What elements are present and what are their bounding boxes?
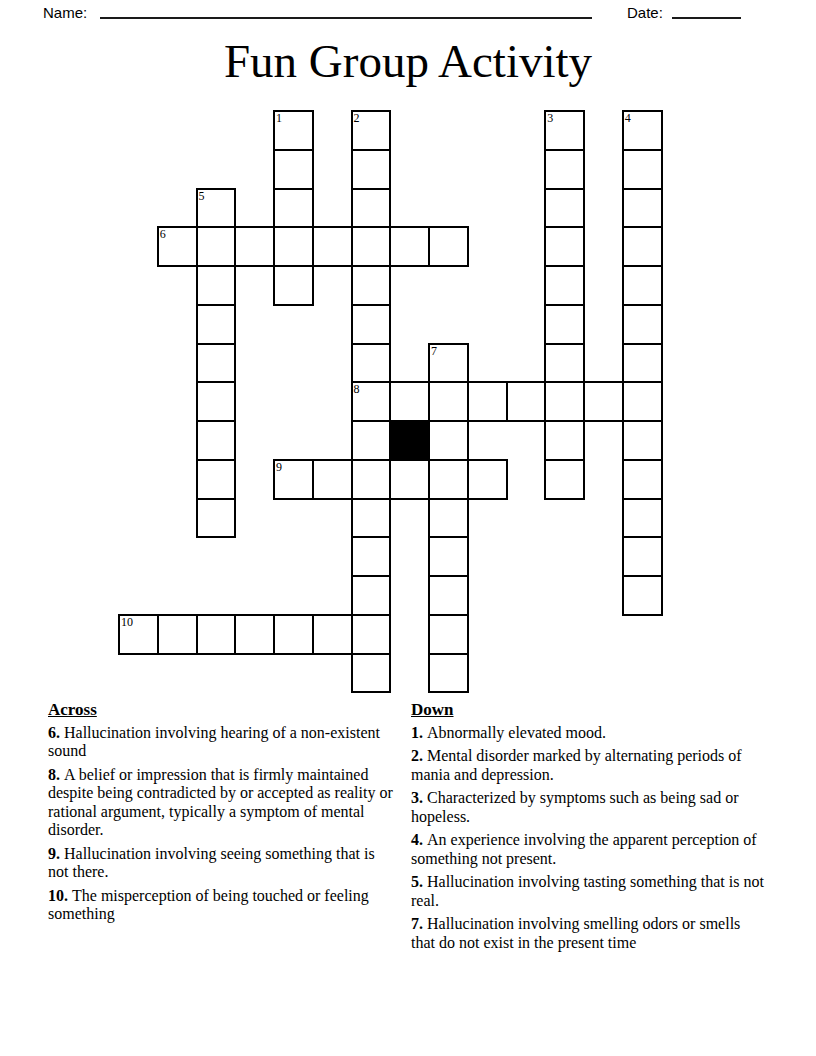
clue: 5. Hallucination involving tasting somet… bbox=[411, 873, 767, 910]
worksheet-page: Name: Date: Fun Group Activity 123456789… bbox=[0, 0, 816, 1056]
grid-cell[interactable] bbox=[312, 459, 353, 500]
grid-cell[interactable] bbox=[544, 149, 585, 190]
grid-cell[interactable] bbox=[389, 381, 430, 422]
across-clue-list: 6. Hallucination involving hearing of a … bbox=[48, 724, 396, 924]
clue: 1. Abnormally elevated mood. bbox=[411, 724, 767, 743]
cell-number: 9 bbox=[276, 460, 282, 474]
grid-cell[interactable] bbox=[622, 498, 663, 539]
grid-cell[interactable]: 10 bbox=[118, 614, 159, 655]
grid-cell[interactable] bbox=[351, 536, 392, 577]
grid-cell[interactable] bbox=[622, 381, 663, 422]
grid-cell[interactable] bbox=[351, 498, 392, 539]
grid-cell[interactable] bbox=[428, 536, 469, 577]
grid-cell[interactable] bbox=[428, 420, 469, 461]
grid-cell[interactable] bbox=[467, 459, 508, 500]
grid-cell[interactable] bbox=[544, 304, 585, 345]
grid-cell[interactable] bbox=[622, 536, 663, 577]
cell-number: 7 bbox=[431, 344, 437, 358]
grid-cell[interactable] bbox=[389, 226, 430, 267]
grid-cell[interactable] bbox=[196, 304, 237, 345]
grid-cell[interactable]: 1 bbox=[273, 110, 314, 151]
grid-cell[interactable] bbox=[273, 149, 314, 190]
grid-cell[interactable] bbox=[234, 614, 275, 655]
grid-cell[interactable] bbox=[428, 653, 469, 694]
date-label: Date: bbox=[627, 4, 663, 21]
cell-number: 5 bbox=[199, 189, 205, 203]
grid-cell[interactable]: 9 bbox=[273, 459, 314, 500]
grid-cell[interactable] bbox=[273, 188, 314, 229]
grid-cell[interactable] bbox=[351, 459, 392, 500]
grid-cell[interactable] bbox=[196, 420, 237, 461]
grid-cell[interactable] bbox=[428, 575, 469, 616]
grid-cell[interactable] bbox=[351, 614, 392, 655]
name-label: Name: bbox=[43, 4, 87, 21]
cell-number: 8 bbox=[354, 382, 360, 396]
grid-cell[interactable] bbox=[583, 381, 624, 422]
grid-cell[interactable] bbox=[622, 265, 663, 306]
cell-number: 3 bbox=[547, 111, 553, 125]
grid-cell[interactable] bbox=[196, 343, 237, 384]
grid-cell[interactable] bbox=[428, 381, 469, 422]
grid-cell[interactable] bbox=[196, 614, 237, 655]
grid-cell[interactable] bbox=[622, 226, 663, 267]
cell-number: 10 bbox=[121, 615, 133, 629]
cell-number: 1 bbox=[276, 111, 282, 125]
grid-cell[interactable]: 3 bbox=[544, 110, 585, 151]
down-heading: Down bbox=[411, 701, 767, 720]
grid-cell[interactable] bbox=[351, 149, 392, 190]
grid-cell[interactable] bbox=[351, 265, 392, 306]
cell-number: 4 bbox=[625, 111, 631, 125]
down-clue-list: 1. Abnormally elevated mood.2. Mental di… bbox=[411, 724, 767, 953]
grid-cell[interactable] bbox=[234, 226, 275, 267]
clue: 10. The misperception of being touched o… bbox=[48, 887, 396, 924]
grid-cell[interactable] bbox=[544, 420, 585, 461]
grid-cell[interactable] bbox=[544, 343, 585, 384]
grid-cell[interactable] bbox=[428, 498, 469, 539]
grid-cell[interactable] bbox=[428, 459, 469, 500]
grid-cell[interactable] bbox=[312, 614, 353, 655]
grid-cell[interactable] bbox=[622, 304, 663, 345]
grid-cell[interactable] bbox=[544, 381, 585, 422]
grid-cell[interactable] bbox=[544, 188, 585, 229]
grid-cell[interactable]: 6 bbox=[157, 226, 198, 267]
grid-cell[interactable] bbox=[428, 226, 469, 267]
grid-cell[interactable] bbox=[622, 459, 663, 500]
date-input-line[interactable] bbox=[672, 2, 741, 19]
clue: 2. Mental disorder marked by alternating… bbox=[411, 747, 767, 784]
grid-cell[interactable] bbox=[351, 575, 392, 616]
black-cell bbox=[389, 420, 430, 461]
grid-cell[interactable]: 4 bbox=[622, 110, 663, 151]
grid-cell[interactable] bbox=[506, 381, 547, 422]
clue: 4. An experience involving the apparent … bbox=[411, 831, 767, 868]
crossword-board: 12345678910 bbox=[118, 110, 663, 694]
clue: 9. Hallucination involving seeing someth… bbox=[48, 845, 396, 882]
page-title: Fun Group Activity bbox=[0, 34, 816, 88]
clue: 6. Hallucination involving hearing of a … bbox=[48, 724, 396, 761]
grid-cell[interactable] bbox=[544, 459, 585, 500]
grid-cell[interactable] bbox=[196, 498, 237, 539]
grid-cell[interactable] bbox=[196, 381, 237, 422]
grid-cell[interactable] bbox=[351, 226, 392, 267]
grid-cell[interactable] bbox=[544, 265, 585, 306]
across-heading: Across bbox=[48, 701, 396, 720]
down-clues-section: Down 1. Abnormally elevated mood.2. Ment… bbox=[411, 701, 767, 957]
grid-cell[interactable] bbox=[351, 653, 392, 694]
grid-cell[interactable] bbox=[622, 343, 663, 384]
grid-cell[interactable] bbox=[273, 265, 314, 306]
grid-cell[interactable] bbox=[428, 614, 469, 655]
worksheet-header: Name: Date: bbox=[0, 0, 816, 24]
grid-cell[interactable] bbox=[273, 614, 314, 655]
grid-cell[interactable]: 8 bbox=[351, 381, 392, 422]
grid-cell[interactable] bbox=[351, 304, 392, 345]
grid-cell[interactable] bbox=[389, 459, 430, 500]
clue: 7. Hallucination involving smelling odor… bbox=[411, 915, 767, 952]
grid-cell[interactable] bbox=[467, 381, 508, 422]
clue: 8. A belief or impression that is firmly… bbox=[48, 766, 396, 840]
across-clues-section: Across 6. Hallucination involving hearin… bbox=[48, 701, 396, 929]
grid-cell[interactable] bbox=[157, 614, 198, 655]
grid-cell[interactable] bbox=[622, 575, 663, 616]
grid-cell[interactable] bbox=[622, 149, 663, 190]
grid-cell[interactable] bbox=[351, 343, 392, 384]
grid-cell[interactable] bbox=[312, 226, 353, 267]
grid-cell[interactable] bbox=[196, 459, 237, 500]
grid-cell[interactable]: 2 bbox=[351, 110, 392, 151]
grid-cell[interactable] bbox=[622, 188, 663, 229]
grid-cell[interactable] bbox=[351, 188, 392, 229]
grid-cell[interactable] bbox=[351, 420, 392, 461]
name-input-line[interactable] bbox=[100, 2, 592, 19]
grid-cell[interactable] bbox=[273, 226, 314, 267]
cell-number: 2 bbox=[354, 111, 360, 125]
grid-cell[interactable] bbox=[544, 226, 585, 267]
grid-cell[interactable] bbox=[622, 420, 663, 461]
cell-number: 6 bbox=[160, 227, 166, 241]
grid-cell[interactable] bbox=[196, 265, 237, 306]
grid-cell[interactable] bbox=[196, 226, 237, 267]
grid-cell[interactable]: 5 bbox=[196, 188, 237, 229]
clue: 3. Characterized by symptoms such as bei… bbox=[411, 789, 767, 826]
grid-cell[interactable]: 7 bbox=[428, 343, 469, 384]
